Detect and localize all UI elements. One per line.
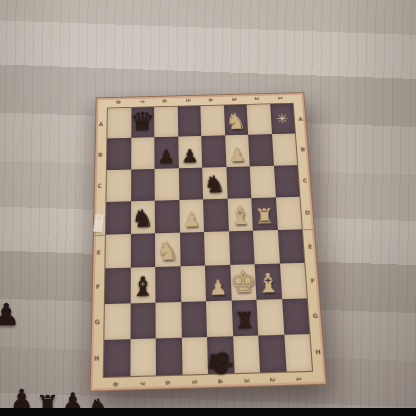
square-c2[interactable] <box>250 165 276 198</box>
piece-black-king-h4[interactable]: ♚ <box>203 346 238 380</box>
file-label: D <box>301 196 313 229</box>
square-h8[interactable] <box>104 339 130 377</box>
square-h1[interactable] <box>284 334 312 372</box>
piece-white-pawn-b3[interactable]: ♟ <box>228 145 246 164</box>
square-a4[interactable] <box>200 105 224 136</box>
file-label: H <box>311 333 324 370</box>
chess-board: ABCDEFGH ABCDEFGH 87654321 87654321 ✳♛♞♟… <box>90 92 327 392</box>
file-label: B <box>95 139 105 170</box>
square-b7[interactable] <box>131 137 155 169</box>
piece-white-bishop-d3[interactable]: ♝ <box>228 203 252 229</box>
square-e4[interactable] <box>204 231 230 266</box>
square-d6[interactable] <box>155 200 180 234</box>
piece-black-rook-g3[interactable]: ♜ <box>234 309 256 333</box>
piece-white-rook-d2[interactable]: ♜ <box>254 206 275 228</box>
captured-piece-black-pawn: ♟ <box>0 300 20 330</box>
square-b4[interactable] <box>201 136 226 168</box>
file-label: G <box>309 298 322 334</box>
file-label: F <box>93 269 104 304</box>
star-emblem-icon: ✳ <box>270 104 295 135</box>
square-c1[interactable] <box>273 165 299 197</box>
square-d1[interactable] <box>275 197 301 230</box>
square-c6[interactable] <box>155 168 179 201</box>
square-h2[interactable] <box>258 335 286 373</box>
square-e2[interactable] <box>253 230 280 264</box>
square-c3[interactable] <box>226 166 251 199</box>
square-g1[interactable] <box>282 298 310 335</box>
square-a5[interactable] <box>177 106 201 137</box>
piece-black-knight-c4[interactable]: ♞ <box>203 172 226 196</box>
square-f8[interactable] <box>105 268 130 304</box>
square-h7[interactable] <box>130 338 156 376</box>
square-b1[interactable] <box>272 134 298 166</box>
letterbox-bar <box>0 408 416 416</box>
piece-white-knight-e6[interactable]: ♞ <box>156 239 179 264</box>
piece-black-pawn-b6[interactable]: ♟ <box>158 147 176 166</box>
piece-white-bishop-f2[interactable]: ♝ <box>256 269 281 296</box>
square-g2[interactable] <box>256 299 283 336</box>
photo-stage: ABCDEFGH ABCDEFGH 87654321 87654321 ✳♛♞♟… <box>0 0 416 416</box>
square-d8[interactable] <box>106 201 131 235</box>
piece-black-knight-d7[interactable]: ♞ <box>132 206 154 231</box>
piece-white-knight-a3[interactable]: ♞ <box>225 110 247 133</box>
square-f1[interactable] <box>279 263 306 299</box>
file-label: A <box>96 108 106 138</box>
square-a1[interactable]: ✳ <box>270 104 295 135</box>
piece-white-king-f3[interactable]: ♚ <box>229 267 257 297</box>
piece-black-pawn-b5[interactable]: ♟ <box>181 146 199 165</box>
piece-black-bishop-f7[interactable]: ♝ <box>131 273 155 300</box>
square-c5[interactable] <box>178 167 203 200</box>
square-e5[interactable] <box>180 232 205 267</box>
square-a8[interactable] <box>107 108 131 139</box>
file-label: C <box>95 170 105 202</box>
square-a2[interactable] <box>247 104 272 135</box>
square-a6[interactable] <box>154 107 178 138</box>
square-c7[interactable] <box>131 168 155 201</box>
piece-white-pawn-f4[interactable]: ♟ <box>209 277 228 298</box>
file-label: E <box>304 229 317 263</box>
square-f6[interactable] <box>155 267 181 303</box>
file-label: E <box>93 235 104 269</box>
square-f5[interactable] <box>180 266 206 302</box>
square-g4[interactable] <box>206 300 233 337</box>
square-e3[interactable] <box>228 231 254 266</box>
square-b8[interactable] <box>107 138 131 170</box>
square-h6[interactable] <box>156 337 182 375</box>
piece-black-queen-a7[interactable]: ♛ <box>130 109 155 135</box>
piece-white-pawn-d5[interactable]: ♟ <box>182 210 200 230</box>
square-e1[interactable] <box>277 229 304 263</box>
file-label: G <box>92 304 103 340</box>
square-c8[interactable] <box>106 169 130 202</box>
file-label: C <box>299 164 311 196</box>
file-label: A <box>295 103 307 133</box>
square-e7[interactable] <box>130 233 155 268</box>
square-d4[interactable] <box>203 198 228 232</box>
file-label: F <box>306 263 319 298</box>
square-g7[interactable] <box>130 302 156 339</box>
file-label: B <box>297 133 309 164</box>
square-e8[interactable] <box>105 234 130 269</box>
square-b2[interactable] <box>248 134 273 166</box>
file-label: H <box>91 340 102 378</box>
square-g6[interactable] <box>155 301 181 338</box>
square-g8[interactable] <box>104 303 130 340</box>
square-g5[interactable] <box>181 301 207 338</box>
board-grid: ✳♛♞♟♟♟♞♞♟♝♜♞♝♟♚♝♜♚ <box>103 103 313 378</box>
